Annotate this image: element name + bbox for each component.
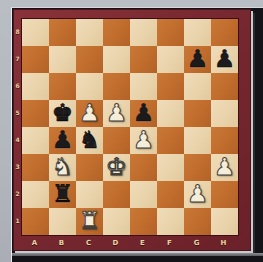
square-g7[interactable]: ♟ (184, 46, 211, 73)
white-rook[interactable]: ♜ (79, 208, 101, 235)
square-a2[interactable] (22, 181, 49, 208)
file-label-d: D (102, 236, 129, 250)
black-pawn[interactable]: ♟ (52, 127, 74, 154)
square-a4[interactable] (22, 127, 49, 154)
black-pawn[interactable]: ♟ (187, 46, 209, 73)
black-king[interactable]: ♚ (52, 100, 74, 127)
square-f5[interactable] (157, 100, 184, 127)
square-f6[interactable] (157, 73, 184, 100)
rank-label-8: 8 (14, 18, 21, 45)
square-a1[interactable] (22, 208, 49, 235)
square-b8[interactable] (49, 19, 76, 46)
square-f4[interactable] (157, 127, 184, 154)
white-pawn[interactable]: ♟ (214, 154, 236, 181)
square-b4[interactable]: ♟ (49, 127, 76, 154)
file-label-b: B (48, 236, 75, 250)
rank-label-4: 4 (14, 126, 21, 153)
bottom-bevel-edge (12, 253, 263, 256)
file-label-e: E (129, 236, 156, 250)
square-b2[interactable]: ♜ (49, 181, 76, 208)
rank-label-3: 3 (14, 153, 21, 180)
chess-widget: 87654321 ♟♟♚♟♟♟♟♞♟♞♚♟♜♟♜ ABCDEFGH (11, 7, 263, 262)
square-h4[interactable] (211, 127, 238, 154)
square-g2[interactable]: ♟ (184, 181, 211, 208)
square-d6[interactable] (103, 73, 130, 100)
black-knight[interactable]: ♞ (79, 127, 101, 154)
square-d3[interactable]: ♚ (103, 154, 130, 181)
rank-label-7: 7 (14, 45, 21, 72)
rank-labels: 87654321 (14, 18, 21, 234)
square-a6[interactable] (22, 73, 49, 100)
square-c2[interactable] (76, 181, 103, 208)
square-e2[interactable] (130, 181, 157, 208)
square-d5[interactable]: ♟ (103, 100, 130, 127)
black-pawn[interactable]: ♟ (214, 46, 236, 73)
square-e6[interactable] (130, 73, 157, 100)
square-c4[interactable]: ♞ (76, 127, 103, 154)
square-b7[interactable] (49, 46, 76, 73)
square-f8[interactable] (157, 19, 184, 46)
square-b3[interactable]: ♞ (49, 154, 76, 181)
square-c7[interactable] (76, 46, 103, 73)
square-h1[interactable] (211, 208, 238, 235)
white-knight[interactable]: ♞ (52, 154, 74, 181)
rank-label-6: 6 (14, 72, 21, 99)
square-b5[interactable]: ♚ (49, 100, 76, 127)
square-g5[interactable] (184, 100, 211, 127)
square-g3[interactable] (184, 154, 211, 181)
square-e7[interactable] (130, 46, 157, 73)
square-c8[interactable] (76, 19, 103, 46)
square-f3[interactable] (157, 154, 184, 181)
square-f1[interactable] (157, 208, 184, 235)
rank-label-2: 2 (14, 180, 21, 207)
square-d7[interactable] (103, 46, 130, 73)
square-f7[interactable] (157, 46, 184, 73)
page-background: 87654321 ♟♟♚♟♟♟♟♞♟♞♚♟♜♟♜ ABCDEFGH (0, 0, 263, 262)
white-pawn[interactable]: ♟ (106, 100, 128, 127)
white-pawn[interactable]: ♟ (79, 100, 101, 127)
square-h3[interactable]: ♟ (211, 154, 238, 181)
square-a8[interactable] (22, 19, 49, 46)
square-a7[interactable] (22, 46, 49, 73)
square-g1[interactable] (184, 208, 211, 235)
white-king[interactable]: ♚ (106, 154, 128, 181)
square-g4[interactable] (184, 127, 211, 154)
square-e3[interactable] (130, 154, 157, 181)
square-c3[interactable] (76, 154, 103, 181)
square-c6[interactable] (76, 73, 103, 100)
square-h5[interactable] (211, 100, 238, 127)
square-h7[interactable]: ♟ (211, 46, 238, 73)
square-b1[interactable] (49, 208, 76, 235)
square-d1[interactable] (103, 208, 130, 235)
rank-label-1: 1 (14, 207, 21, 234)
square-f2[interactable] (157, 181, 184, 208)
square-e5[interactable]: ♟ (130, 100, 157, 127)
square-d2[interactable] (103, 181, 130, 208)
square-g8[interactable] (184, 19, 211, 46)
file-label-h: H (210, 236, 237, 250)
square-h2[interactable] (211, 181, 238, 208)
square-h6[interactable] (211, 73, 238, 100)
square-e1[interactable] (130, 208, 157, 235)
square-e4[interactable]: ♟ (130, 127, 157, 154)
white-pawn[interactable]: ♟ (187, 181, 209, 208)
board-frame: 87654321 ♟♟♚♟♟♟♟♞♟♞♚♟♜♟♜ ABCDEFGH (13, 9, 251, 251)
rank-label-5: 5 (14, 99, 21, 126)
file-label-f: F (156, 236, 183, 250)
square-a5[interactable] (22, 100, 49, 127)
square-d4[interactable] (103, 127, 130, 154)
black-rook[interactable]: ♜ (52, 181, 74, 208)
square-h8[interactable] (211, 19, 238, 46)
file-labels: ABCDEFGH (21, 236, 237, 250)
square-e8[interactable] (130, 19, 157, 46)
square-a3[interactable] (22, 154, 49, 181)
file-label-c: C (75, 236, 102, 250)
chess-board[interactable]: ♟♟♚♟♟♟♟♞♟♞♚♟♜♟♜ (21, 18, 239, 236)
square-b6[interactable] (49, 73, 76, 100)
white-pawn[interactable]: ♟ (133, 127, 155, 154)
square-c5[interactable]: ♟ (76, 100, 103, 127)
file-label-a: A (21, 236, 48, 250)
square-d8[interactable] (103, 19, 130, 46)
black-pawn[interactable]: ♟ (133, 100, 155, 127)
square-g6[interactable] (184, 73, 211, 100)
square-c1[interactable]: ♜ (76, 208, 103, 235)
file-label-g: G (183, 236, 210, 250)
